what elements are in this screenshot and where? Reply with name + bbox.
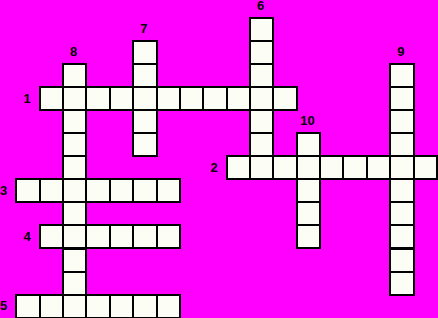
crossword-cell[interactable] <box>62 224 87 249</box>
crossword-cell[interactable] <box>389 132 414 157</box>
crossword-cell[interactable] <box>62 86 87 111</box>
crossword-cell[interactable] <box>132 178 157 203</box>
crossword-cell[interactable] <box>62 248 87 273</box>
crossword-cell[interactable] <box>156 178 181 203</box>
clue-number-4-across: 4 <box>23 229 30 242</box>
crossword-cell[interactable] <box>62 132 87 157</box>
crossword-board: 12345678910 <box>0 0 438 318</box>
crossword-cell[interactable] <box>202 86 227 111</box>
crossword-cell[interactable] <box>62 294 87 318</box>
crossword-cell[interactable] <box>15 178 40 203</box>
crossword-cell[interactable] <box>249 132 274 157</box>
crossword-cell[interactable] <box>62 178 87 203</box>
crossword-cell[interactable] <box>62 271 87 296</box>
crossword-cell[interactable] <box>296 155 321 180</box>
crossword-cell[interactable] <box>132 86 157 111</box>
crossword-cell[interactable] <box>132 132 157 157</box>
crossword-cell[interactable] <box>366 155 391 180</box>
clue-number-8-down: 8 <box>70 45 77 58</box>
crossword-cell[interactable] <box>85 178 110 203</box>
crossword-cell[interactable] <box>39 178 64 203</box>
crossword-cell[interactable] <box>156 86 181 111</box>
crossword-cell[interactable] <box>226 155 251 180</box>
crossword-cell[interactable] <box>249 86 274 111</box>
crossword-cell[interactable] <box>296 224 321 249</box>
crossword-cell[interactable] <box>39 86 64 111</box>
crossword-cell[interactable] <box>296 178 321 203</box>
crossword-cell[interactable] <box>249 155 274 180</box>
crossword-cell[interactable] <box>109 294 134 318</box>
crossword-cell[interactable] <box>389 248 414 273</box>
crossword-cell[interactable] <box>39 224 64 249</box>
crossword-cell[interactable] <box>249 63 274 88</box>
crossword-cell[interactable] <box>272 155 297 180</box>
clue-number-6-down: 6 <box>257 0 264 12</box>
crossword-cell[interactable] <box>62 109 87 134</box>
crossword-cell[interactable] <box>132 40 157 65</box>
clue-number-1-across: 1 <box>23 91 30 104</box>
crossword-cell[interactable] <box>296 201 321 226</box>
crossword-cell[interactable] <box>249 17 274 42</box>
crossword-cell[interactable] <box>156 294 181 318</box>
clue-number-3-across: 3 <box>0 183 7 196</box>
crossword-cell[interactable] <box>389 271 414 296</box>
clue-number-2-across: 2 <box>210 160 217 173</box>
crossword-cell[interactable] <box>272 86 297 111</box>
crossword-cell[interactable] <box>389 86 414 111</box>
crossword-cell[interactable] <box>389 109 414 134</box>
clue-number-7-down: 7 <box>140 22 147 35</box>
crossword-cell[interactable] <box>109 178 134 203</box>
crossword-cell[interactable] <box>62 155 87 180</box>
crossword-cell[interactable] <box>15 294 40 318</box>
crossword-cell[interactable] <box>342 155 367 180</box>
crossword-cell[interactable] <box>296 132 321 157</box>
clue-number-5-across: 5 <box>0 299 7 312</box>
crossword-cell[interactable] <box>389 155 414 180</box>
crossword-cell[interactable] <box>226 86 251 111</box>
crossword-cell[interactable] <box>85 86 110 111</box>
crossword-cell[interactable] <box>109 86 134 111</box>
crossword-cell[interactable] <box>132 63 157 88</box>
crossword-cell[interactable] <box>319 155 344 180</box>
crossword-cell[interactable] <box>62 63 87 88</box>
crossword-cell[interactable] <box>109 224 134 249</box>
crossword-cell[interactable] <box>132 224 157 249</box>
clue-number-10-down: 10 <box>300 114 314 127</box>
crossword-cell[interactable] <box>39 294 64 318</box>
crossword-cell[interactable] <box>389 224 414 249</box>
crossword-cell[interactable] <box>179 86 204 111</box>
crossword-cell[interactable] <box>249 109 274 134</box>
crossword-cell[interactable] <box>389 201 414 226</box>
crossword-cell[interactable] <box>389 178 414 203</box>
crossword-cell[interactable] <box>62 201 87 226</box>
crossword-cell[interactable] <box>156 224 181 249</box>
clue-number-9-down: 9 <box>397 45 404 58</box>
crossword-cell[interactable] <box>85 224 110 249</box>
crossword-cell[interactable] <box>132 294 157 318</box>
crossword-cell[interactable] <box>132 109 157 134</box>
crossword-cell[interactable] <box>85 294 110 318</box>
crossword-cell[interactable] <box>413 155 438 180</box>
crossword-cell[interactable] <box>249 40 274 65</box>
crossword-cell[interactable] <box>389 63 414 88</box>
